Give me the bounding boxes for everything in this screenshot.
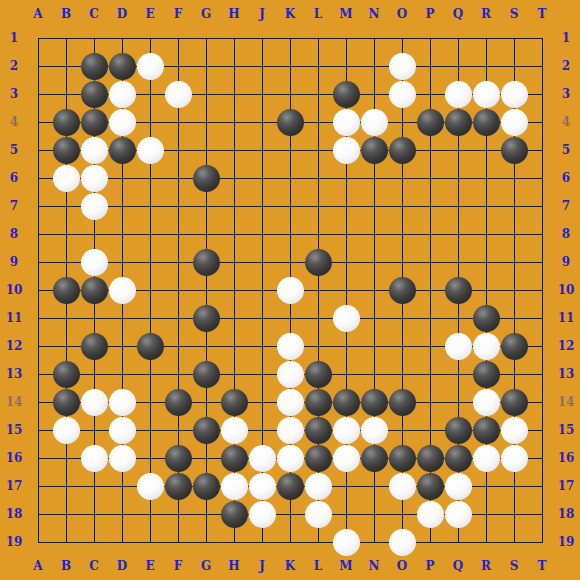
intersection-H15[interactable] [220, 416, 248, 444]
intersection-E18[interactable] [136, 500, 164, 528]
intersection-N1[interactable] [360, 24, 388, 52]
intersection-R5[interactable] [472, 136, 500, 164]
intersection-N10[interactable] [360, 276, 388, 304]
intersection-B13[interactable] [52, 360, 80, 388]
intersection-N15[interactable] [360, 416, 388, 444]
intersection-N2[interactable] [360, 52, 388, 80]
intersection-L11[interactable] [304, 304, 332, 332]
intersection-C13[interactable] [80, 360, 108, 388]
intersection-R1[interactable] [472, 24, 500, 52]
intersection-M10[interactable] [332, 276, 360, 304]
intersection-K12[interactable] [276, 332, 304, 360]
intersection-C3[interactable] [80, 80, 108, 108]
intersection-E15[interactable] [136, 416, 164, 444]
intersection-M5[interactable] [332, 136, 360, 164]
intersection-A1[interactable] [24, 24, 52, 52]
intersection-L1[interactable] [304, 24, 332, 52]
intersection-A6[interactable] [24, 164, 52, 192]
intersection-S15[interactable] [500, 416, 528, 444]
intersection-N16[interactable] [360, 444, 388, 472]
intersection-D10[interactable] [108, 276, 136, 304]
intersection-Q5[interactable] [444, 136, 472, 164]
intersection-G2[interactable] [192, 52, 220, 80]
intersection-O8[interactable] [388, 220, 416, 248]
intersection-M6[interactable] [332, 164, 360, 192]
intersection-O14[interactable] [388, 388, 416, 416]
intersection-C2[interactable] [80, 52, 108, 80]
intersection-O16[interactable] [388, 444, 416, 472]
intersection-M15[interactable] [332, 416, 360, 444]
intersection-A4[interactable] [24, 108, 52, 136]
intersection-O13[interactable] [388, 360, 416, 388]
intersection-F14[interactable] [164, 388, 192, 416]
intersection-O18[interactable] [388, 500, 416, 528]
intersection-K10[interactable] [276, 276, 304, 304]
intersection-R4[interactable] [472, 108, 500, 136]
intersection-D6[interactable] [108, 164, 136, 192]
intersection-N9[interactable] [360, 248, 388, 276]
intersection-F1[interactable] [164, 24, 192, 52]
intersection-S17[interactable] [500, 472, 528, 500]
intersection-B19[interactable] [52, 528, 80, 556]
intersection-J17[interactable] [248, 472, 276, 500]
intersection-E11[interactable] [136, 304, 164, 332]
intersection-D4[interactable] [108, 108, 136, 136]
intersection-T16[interactable] [528, 444, 556, 472]
intersection-L2[interactable] [304, 52, 332, 80]
intersection-N7[interactable] [360, 192, 388, 220]
intersection-L14[interactable] [304, 388, 332, 416]
intersection-K6[interactable] [276, 164, 304, 192]
intersection-K1[interactable] [276, 24, 304, 52]
intersection-R2[interactable] [472, 52, 500, 80]
intersection-M14[interactable] [332, 388, 360, 416]
intersection-E8[interactable] [136, 220, 164, 248]
intersection-B8[interactable] [52, 220, 80, 248]
intersection-P12[interactable] [416, 332, 444, 360]
intersection-J10[interactable] [248, 276, 276, 304]
intersection-J11[interactable] [248, 304, 276, 332]
intersection-B7[interactable] [52, 192, 80, 220]
intersection-H12[interactable] [220, 332, 248, 360]
intersection-F11[interactable] [164, 304, 192, 332]
intersection-E13[interactable] [136, 360, 164, 388]
intersection-D14[interactable] [108, 388, 136, 416]
intersection-G19[interactable] [192, 528, 220, 556]
intersection-E2[interactable] [136, 52, 164, 80]
intersection-C5[interactable] [80, 136, 108, 164]
intersection-R6[interactable] [472, 164, 500, 192]
intersection-N5[interactable] [360, 136, 388, 164]
intersection-M19[interactable] [332, 528, 360, 556]
intersection-O19[interactable] [388, 528, 416, 556]
intersection-H17[interactable] [220, 472, 248, 500]
intersection-B18[interactable] [52, 500, 80, 528]
intersection-Q4[interactable] [444, 108, 472, 136]
intersection-D15[interactable] [108, 416, 136, 444]
intersection-S2[interactable] [500, 52, 528, 80]
intersection-A11[interactable] [24, 304, 52, 332]
intersection-P8[interactable] [416, 220, 444, 248]
intersection-C14[interactable] [80, 388, 108, 416]
intersection-S4[interactable] [500, 108, 528, 136]
intersection-L15[interactable] [304, 416, 332, 444]
intersection-B10[interactable] [52, 276, 80, 304]
intersection-T14[interactable] [528, 388, 556, 416]
intersection-O4[interactable] [388, 108, 416, 136]
intersection-T2[interactable] [528, 52, 556, 80]
intersection-G15[interactable] [192, 416, 220, 444]
intersection-S5[interactable] [500, 136, 528, 164]
intersection-D5[interactable] [108, 136, 136, 164]
intersection-G7[interactable] [192, 192, 220, 220]
intersection-J8[interactable] [248, 220, 276, 248]
intersection-B1[interactable] [52, 24, 80, 52]
intersection-M17[interactable] [332, 472, 360, 500]
intersection-C1[interactable] [80, 24, 108, 52]
intersection-M8[interactable] [332, 220, 360, 248]
intersection-O9[interactable] [388, 248, 416, 276]
intersection-Q8[interactable] [444, 220, 472, 248]
intersection-E3[interactable] [136, 80, 164, 108]
intersection-S14[interactable] [500, 388, 528, 416]
intersection-J2[interactable] [248, 52, 276, 80]
intersection-L16[interactable] [304, 444, 332, 472]
intersection-P4[interactable] [416, 108, 444, 136]
intersection-T12[interactable] [528, 332, 556, 360]
intersection-G17[interactable] [192, 472, 220, 500]
intersection-Q16[interactable] [444, 444, 472, 472]
intersection-C4[interactable] [80, 108, 108, 136]
intersection-G8[interactable] [192, 220, 220, 248]
intersection-P10[interactable] [416, 276, 444, 304]
intersection-E10[interactable] [136, 276, 164, 304]
intersection-F3[interactable] [164, 80, 192, 108]
intersection-E14[interactable] [136, 388, 164, 416]
intersection-C16[interactable] [80, 444, 108, 472]
intersection-R11[interactable] [472, 304, 500, 332]
intersection-N14[interactable] [360, 388, 388, 416]
intersection-T9[interactable] [528, 248, 556, 276]
intersection-S3[interactable] [500, 80, 528, 108]
intersection-P17[interactable] [416, 472, 444, 500]
intersection-P3[interactable] [416, 80, 444, 108]
intersection-L8[interactable] [304, 220, 332, 248]
intersection-O3[interactable] [388, 80, 416, 108]
intersection-C18[interactable] [80, 500, 108, 528]
intersection-L4[interactable] [304, 108, 332, 136]
intersection-Q17[interactable] [444, 472, 472, 500]
intersection-H9[interactable] [220, 248, 248, 276]
intersection-P5[interactable] [416, 136, 444, 164]
intersection-N13[interactable] [360, 360, 388, 388]
intersection-A8[interactable] [24, 220, 52, 248]
intersection-E19[interactable] [136, 528, 164, 556]
intersection-M12[interactable] [332, 332, 360, 360]
intersection-H5[interactable] [220, 136, 248, 164]
intersection-M4[interactable] [332, 108, 360, 136]
intersection-E12[interactable] [136, 332, 164, 360]
intersection-P18[interactable] [416, 500, 444, 528]
intersection-C9[interactable] [80, 248, 108, 276]
intersection-D18[interactable] [108, 500, 136, 528]
intersection-D2[interactable] [108, 52, 136, 80]
intersection-H11[interactable] [220, 304, 248, 332]
intersection-J5[interactable] [248, 136, 276, 164]
intersection-H14[interactable] [220, 388, 248, 416]
intersection-P15[interactable] [416, 416, 444, 444]
intersection-G4[interactable] [192, 108, 220, 136]
intersection-D17[interactable] [108, 472, 136, 500]
intersection-O17[interactable] [388, 472, 416, 500]
intersection-G9[interactable] [192, 248, 220, 276]
intersection-Q7[interactable] [444, 192, 472, 220]
intersection-T7[interactable] [528, 192, 556, 220]
intersection-S11[interactable] [500, 304, 528, 332]
intersection-R12[interactable] [472, 332, 500, 360]
intersection-N12[interactable] [360, 332, 388, 360]
intersection-A10[interactable] [24, 276, 52, 304]
intersection-J7[interactable] [248, 192, 276, 220]
intersection-A16[interactable] [24, 444, 52, 472]
intersection-L5[interactable] [304, 136, 332, 164]
intersection-J13[interactable] [248, 360, 276, 388]
intersection-O7[interactable] [388, 192, 416, 220]
intersection-J18[interactable] [248, 500, 276, 528]
intersection-P6[interactable] [416, 164, 444, 192]
intersection-M3[interactable] [332, 80, 360, 108]
intersection-D8[interactable] [108, 220, 136, 248]
intersection-L7[interactable] [304, 192, 332, 220]
intersection-F8[interactable] [164, 220, 192, 248]
intersection-J15[interactable] [248, 416, 276, 444]
intersection-O12[interactable] [388, 332, 416, 360]
intersection-B4[interactable] [52, 108, 80, 136]
intersection-F9[interactable] [164, 248, 192, 276]
intersection-Q11[interactable] [444, 304, 472, 332]
intersection-M11[interactable] [332, 304, 360, 332]
intersection-H13[interactable] [220, 360, 248, 388]
intersection-N17[interactable] [360, 472, 388, 500]
intersection-F15[interactable] [164, 416, 192, 444]
intersection-O10[interactable] [388, 276, 416, 304]
intersection-O15[interactable] [388, 416, 416, 444]
intersection-T17[interactable] [528, 472, 556, 500]
intersection-M9[interactable] [332, 248, 360, 276]
intersection-K11[interactable] [276, 304, 304, 332]
intersection-C15[interactable] [80, 416, 108, 444]
intersection-H8[interactable] [220, 220, 248, 248]
intersection-G3[interactable] [192, 80, 220, 108]
intersection-O11[interactable] [388, 304, 416, 332]
intersection-Q13[interactable] [444, 360, 472, 388]
intersection-K15[interactable] [276, 416, 304, 444]
intersection-D9[interactable] [108, 248, 136, 276]
intersection-D1[interactable] [108, 24, 136, 52]
intersection-A17[interactable] [24, 472, 52, 500]
intersection-C11[interactable] [80, 304, 108, 332]
intersection-K9[interactable] [276, 248, 304, 276]
intersection-J12[interactable] [248, 332, 276, 360]
intersection-J3[interactable] [248, 80, 276, 108]
intersection-E16[interactable] [136, 444, 164, 472]
intersection-B15[interactable] [52, 416, 80, 444]
intersection-O2[interactable] [388, 52, 416, 80]
intersection-S6[interactable] [500, 164, 528, 192]
intersection-A15[interactable] [24, 416, 52, 444]
intersection-R17[interactable] [472, 472, 500, 500]
intersection-T13[interactable] [528, 360, 556, 388]
intersection-L18[interactable] [304, 500, 332, 528]
intersection-K5[interactable] [276, 136, 304, 164]
intersection-Q18[interactable] [444, 500, 472, 528]
intersection-P13[interactable] [416, 360, 444, 388]
intersection-R8[interactable] [472, 220, 500, 248]
intersection-A3[interactable] [24, 80, 52, 108]
intersection-L3[interactable] [304, 80, 332, 108]
intersection-B17[interactable] [52, 472, 80, 500]
intersection-E7[interactable] [136, 192, 164, 220]
intersection-R10[interactable] [472, 276, 500, 304]
intersection-G16[interactable] [192, 444, 220, 472]
intersection-P2[interactable] [416, 52, 444, 80]
intersection-T18[interactable] [528, 500, 556, 528]
intersection-O6[interactable] [388, 164, 416, 192]
intersection-P7[interactable] [416, 192, 444, 220]
intersection-N8[interactable] [360, 220, 388, 248]
intersection-F4[interactable] [164, 108, 192, 136]
intersection-F17[interactable] [164, 472, 192, 500]
intersection-R16[interactable] [472, 444, 500, 472]
intersection-K2[interactable] [276, 52, 304, 80]
intersection-Q14[interactable] [444, 388, 472, 416]
intersection-E17[interactable] [136, 472, 164, 500]
intersection-N19[interactable] [360, 528, 388, 556]
intersection-M1[interactable] [332, 24, 360, 52]
intersection-S9[interactable] [500, 248, 528, 276]
intersection-H10[interactable] [220, 276, 248, 304]
intersection-Q3[interactable] [444, 80, 472, 108]
intersection-S16[interactable] [500, 444, 528, 472]
intersection-C17[interactable] [80, 472, 108, 500]
intersection-K13[interactable] [276, 360, 304, 388]
intersection-C6[interactable] [80, 164, 108, 192]
intersection-T6[interactable] [528, 164, 556, 192]
intersection-R18[interactable] [472, 500, 500, 528]
intersection-A19[interactable] [24, 528, 52, 556]
intersection-K16[interactable] [276, 444, 304, 472]
intersection-F10[interactable] [164, 276, 192, 304]
intersection-G10[interactable] [192, 276, 220, 304]
intersection-Q15[interactable] [444, 416, 472, 444]
intersection-A2[interactable] [24, 52, 52, 80]
intersection-S13[interactable] [500, 360, 528, 388]
intersection-D16[interactable] [108, 444, 136, 472]
intersection-A7[interactable] [24, 192, 52, 220]
intersection-G6[interactable] [192, 164, 220, 192]
intersection-B5[interactable] [52, 136, 80, 164]
intersection-R15[interactable] [472, 416, 500, 444]
intersection-P11[interactable] [416, 304, 444, 332]
intersection-F5[interactable] [164, 136, 192, 164]
intersection-G13[interactable] [192, 360, 220, 388]
intersection-T5[interactable] [528, 136, 556, 164]
intersection-R13[interactable] [472, 360, 500, 388]
intersection-D19[interactable] [108, 528, 136, 556]
intersection-H16[interactable] [220, 444, 248, 472]
intersection-S8[interactable] [500, 220, 528, 248]
intersection-P9[interactable] [416, 248, 444, 276]
intersection-P19[interactable] [416, 528, 444, 556]
intersection-Q9[interactable] [444, 248, 472, 276]
intersection-C12[interactable] [80, 332, 108, 360]
intersection-A18[interactable] [24, 500, 52, 528]
intersection-E4[interactable] [136, 108, 164, 136]
intersection-R7[interactable] [472, 192, 500, 220]
intersection-G12[interactable] [192, 332, 220, 360]
intersection-R3[interactable] [472, 80, 500, 108]
intersection-N4[interactable] [360, 108, 388, 136]
intersection-K14[interactable] [276, 388, 304, 416]
intersection-D12[interactable] [108, 332, 136, 360]
intersection-F2[interactable] [164, 52, 192, 80]
intersection-S1[interactable] [500, 24, 528, 52]
intersection-J1[interactable] [248, 24, 276, 52]
intersection-T15[interactable] [528, 416, 556, 444]
intersection-L6[interactable] [304, 164, 332, 192]
intersection-F12[interactable] [164, 332, 192, 360]
intersection-B3[interactable] [52, 80, 80, 108]
intersection-M13[interactable] [332, 360, 360, 388]
intersection-K7[interactable] [276, 192, 304, 220]
intersection-F6[interactable] [164, 164, 192, 192]
intersection-P14[interactable] [416, 388, 444, 416]
intersection-C10[interactable] [80, 276, 108, 304]
intersection-G1[interactable] [192, 24, 220, 52]
intersection-L17[interactable] [304, 472, 332, 500]
intersection-J14[interactable] [248, 388, 276, 416]
intersection-O5[interactable] [388, 136, 416, 164]
intersection-K3[interactable] [276, 80, 304, 108]
intersection-K4[interactable] [276, 108, 304, 136]
intersection-J4[interactable] [248, 108, 276, 136]
intersection-Q10[interactable] [444, 276, 472, 304]
intersection-B14[interactable] [52, 388, 80, 416]
intersection-K18[interactable] [276, 500, 304, 528]
intersection-S7[interactable] [500, 192, 528, 220]
intersection-J9[interactable] [248, 248, 276, 276]
intersection-M18[interactable] [332, 500, 360, 528]
intersection-Q6[interactable] [444, 164, 472, 192]
intersection-B11[interactable] [52, 304, 80, 332]
intersection-N11[interactable] [360, 304, 388, 332]
intersection-Q19[interactable] [444, 528, 472, 556]
intersection-P16[interactable] [416, 444, 444, 472]
intersection-H4[interactable] [220, 108, 248, 136]
intersection-H2[interactable] [220, 52, 248, 80]
intersection-E5[interactable] [136, 136, 164, 164]
intersection-H1[interactable] [220, 24, 248, 52]
intersection-L10[interactable] [304, 276, 332, 304]
intersection-A12[interactable] [24, 332, 52, 360]
intersection-S19[interactable] [500, 528, 528, 556]
intersection-H18[interactable] [220, 500, 248, 528]
intersection-G11[interactable] [192, 304, 220, 332]
intersection-H19[interactable] [220, 528, 248, 556]
intersection-E6[interactable] [136, 164, 164, 192]
intersection-Q12[interactable] [444, 332, 472, 360]
intersection-F18[interactable] [164, 500, 192, 528]
